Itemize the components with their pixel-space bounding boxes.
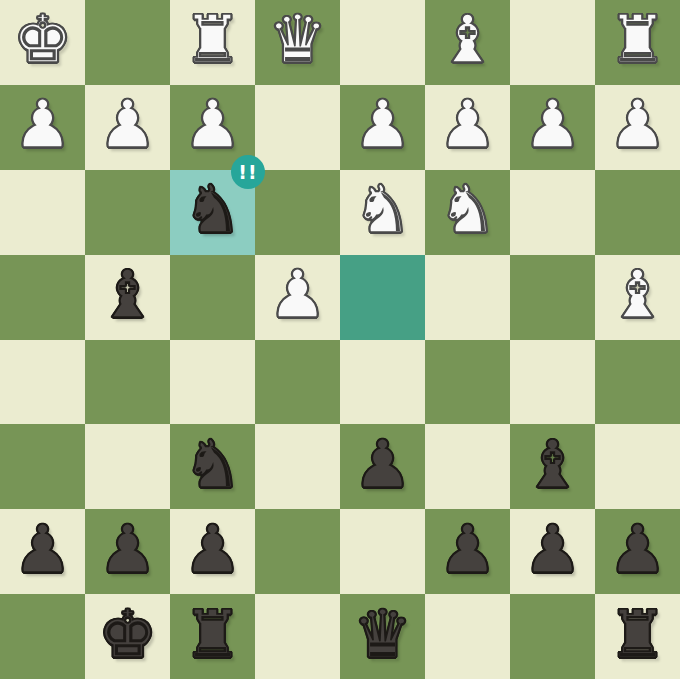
square-g3[interactable]	[85, 170, 170, 255]
black-king-g8[interactable]: ♚	[98, 602, 157, 668]
chess-board: ♚♜♛♝♜♟♟♟♟♟♟♟♞!!♞♞♝♟♝♞♟♝♟♟♟♟♟♟♚♜♛♜	[0, 0, 680, 679]
black-pawn-c7[interactable]: ♟	[438, 517, 497, 583]
square-g4[interactable]: ♝	[85, 255, 170, 340]
square-h8[interactable]	[0, 594, 85, 679]
white-pawn-h2[interactable]: ♟	[13, 92, 72, 158]
square-e2[interactable]	[255, 85, 340, 170]
square-c1[interactable]: ♝	[425, 0, 510, 85]
square-d4[interactable]	[340, 255, 425, 340]
square-b6[interactable]: ♝	[510, 424, 595, 509]
square-b4[interactable]	[510, 255, 595, 340]
square-g6[interactable]	[85, 424, 170, 509]
square-c5[interactable]	[425, 340, 510, 425]
square-c8[interactable]	[425, 594, 510, 679]
square-d1[interactable]	[340, 0, 425, 85]
black-rook-f8[interactable]: ♜	[183, 602, 242, 668]
square-h5[interactable]	[0, 340, 85, 425]
white-bishop-c1[interactable]: ♝	[438, 7, 497, 73]
white-pawn-g2[interactable]: ♟	[98, 92, 157, 158]
square-a5[interactable]	[595, 340, 680, 425]
square-b7[interactable]: ♟	[510, 509, 595, 594]
white-pawn-e4[interactable]: ♟	[268, 262, 327, 328]
black-pawn-h7[interactable]: ♟	[13, 517, 72, 583]
black-bishop-b6[interactable]: ♝	[523, 432, 582, 498]
black-pawn-b7[interactable]: ♟	[523, 517, 582, 583]
white-pawn-f2[interactable]: ♟	[183, 92, 242, 158]
square-e6[interactable]	[255, 424, 340, 509]
black-knight-f6[interactable]: ♞	[183, 432, 242, 498]
square-h2[interactable]: ♟	[0, 85, 85, 170]
black-pawn-a7[interactable]: ♟	[608, 517, 667, 583]
black-pawn-g7[interactable]: ♟	[98, 517, 157, 583]
square-b5[interactable]	[510, 340, 595, 425]
square-d5[interactable]	[340, 340, 425, 425]
square-f3[interactable]: ♞!!	[170, 170, 255, 255]
square-a2[interactable]: ♟	[595, 85, 680, 170]
white-bishop-a4[interactable]: ♝	[608, 262, 667, 328]
square-g2[interactable]: ♟	[85, 85, 170, 170]
square-f7[interactable]: ♟	[170, 509, 255, 594]
square-b2[interactable]: ♟	[510, 85, 595, 170]
black-pawn-d6[interactable]: ♟	[353, 432, 412, 498]
square-h4[interactable]	[0, 255, 85, 340]
square-e5[interactable]	[255, 340, 340, 425]
square-f8[interactable]: ♜	[170, 594, 255, 679]
white-knight-d3[interactable]: ♞	[353, 177, 412, 243]
square-g1[interactable]	[85, 0, 170, 85]
square-h3[interactable]	[0, 170, 85, 255]
black-bishop-g4[interactable]: ♝	[98, 262, 157, 328]
black-knight-f3[interactable]: ♞	[183, 177, 242, 243]
square-b1[interactable]	[510, 0, 595, 85]
white-pawn-a2[interactable]: ♟	[608, 92, 667, 158]
square-c6[interactable]	[425, 424, 510, 509]
square-f5[interactable]	[170, 340, 255, 425]
square-e3[interactable]	[255, 170, 340, 255]
square-c2[interactable]: ♟	[425, 85, 510, 170]
white-pawn-b2[interactable]: ♟	[523, 92, 582, 158]
square-d6[interactable]: ♟	[340, 424, 425, 509]
white-pawn-c2[interactable]: ♟	[438, 92, 497, 158]
black-pawn-f7[interactable]: ♟	[183, 517, 242, 583]
square-e4[interactable]: ♟	[255, 255, 340, 340]
white-queen-e1[interactable]: ♛	[268, 7, 327, 73]
square-d3[interactable]: ♞	[340, 170, 425, 255]
square-f4[interactable]	[170, 255, 255, 340]
square-g7[interactable]: ♟	[85, 509, 170, 594]
square-e7[interactable]	[255, 509, 340, 594]
white-rook-a1[interactable]: ♜	[608, 7, 667, 73]
square-a4[interactable]: ♝	[595, 255, 680, 340]
white-king-h1[interactable]: ♚	[13, 7, 72, 73]
black-queen-d8[interactable]: ♛	[353, 602, 412, 668]
square-e1[interactable]: ♛	[255, 0, 340, 85]
square-a8[interactable]: ♜	[595, 594, 680, 679]
square-c4[interactable]	[425, 255, 510, 340]
square-h1[interactable]: ♚	[0, 0, 85, 85]
chess-board-container: ♚♜♛♝♜♟♟♟♟♟♟♟♞!!♞♞♝♟♝♞♟♝♟♟♟♟♟♟♚♜♛♜	[0, 0, 680, 679]
square-b3[interactable]	[510, 170, 595, 255]
square-a7[interactable]: ♟	[595, 509, 680, 594]
square-c3[interactable]: ♞	[425, 170, 510, 255]
square-d7[interactable]	[340, 509, 425, 594]
white-knight-c3[interactable]: ♞	[438, 177, 497, 243]
square-a1[interactable]: ♜	[595, 0, 680, 85]
square-g8[interactable]: ♚	[85, 594, 170, 679]
black-rook-a8[interactable]: ♜	[608, 602, 667, 668]
square-g5[interactable]	[85, 340, 170, 425]
square-d8[interactable]: ♛	[340, 594, 425, 679]
square-d2[interactable]: ♟	[340, 85, 425, 170]
square-h6[interactable]	[0, 424, 85, 509]
square-f6[interactable]: ♞	[170, 424, 255, 509]
white-pawn-d2[interactable]: ♟	[353, 92, 412, 158]
square-e8[interactable]	[255, 594, 340, 679]
square-a3[interactable]	[595, 170, 680, 255]
square-a6[interactable]	[595, 424, 680, 509]
square-c7[interactable]: ♟	[425, 509, 510, 594]
square-h7[interactable]: ♟	[0, 509, 85, 594]
square-f1[interactable]: ♜	[170, 0, 255, 85]
square-b8[interactable]	[510, 594, 595, 679]
white-rook-f1[interactable]: ♜	[183, 7, 242, 73]
brilliant-move-badge: !!	[231, 155, 265, 189]
